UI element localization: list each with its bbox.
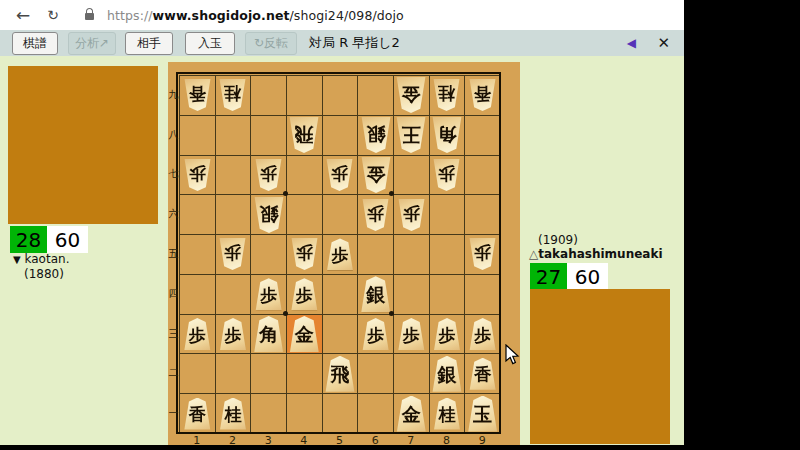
square-7九[interactable]: 金 (394, 76, 430, 116)
piece-金-inverted[interactable]: 金 (396, 77, 426, 113)
square-3五[interactable] (251, 235, 287, 275)
captured-pieces-stand-sente (8, 66, 158, 224)
piece-桂[interactable]: 桂 (219, 398, 246, 430)
square-8四[interactable] (430, 275, 466, 315)
url-host: www.shogidojo.net (153, 8, 290, 23)
square-7七[interactable] (394, 156, 430, 196)
piece-銀-inverted[interactable]: 銀 (254, 197, 284, 233)
piece-王-inverted[interactable]: 王 (396, 117, 426, 153)
piece-歩[interactable]: 歩 (433, 318, 460, 350)
piece-香-inverted[interactable]: 香 (469, 79, 496, 111)
square-9三[interactable]: 歩 (465, 315, 501, 355)
star-point (283, 311, 288, 316)
square-6四[interactable]: 銀 (358, 275, 394, 315)
piece-歩-inverted[interactable]: 歩 (398, 199, 425, 231)
square-2二[interactable] (216, 354, 252, 394)
url-field[interactable]: https://www.shogidojo.net/shogi24/098/do… (107, 8, 404, 23)
square-4八[interactable]: 飛 (287, 116, 323, 156)
piece-歩[interactable]: 歩 (398, 318, 425, 350)
square-3九[interactable] (251, 76, 287, 116)
piece-銀[interactable]: 銀 (432, 356, 462, 392)
square-6七[interactable]: 金 (358, 156, 394, 196)
square-3八[interactable] (251, 116, 287, 156)
square-5五[interactable]: 歩 (323, 235, 359, 275)
entering-king-button[interactable]: 入玉 (185, 32, 235, 55)
square-8二[interactable]: 銀 (430, 354, 466, 394)
piece-飛[interactable]: 飛 (325, 356, 355, 392)
star-point (283, 191, 288, 196)
clock-gote-minutes: 27 (530, 263, 567, 290)
piece-歩-inverted[interactable]: 歩 (469, 238, 496, 270)
clock-gote: 27 60 (530, 263, 608, 290)
player-name-gote: △takahashimuneaki (529, 247, 663, 261)
piece-角-inverted[interactable]: 角 (432, 117, 462, 153)
square-4二[interactable] (287, 354, 323, 394)
player-rating-gote: (1909) (538, 233, 578, 247)
square-1六[interactable] (180, 195, 216, 235)
square-8七[interactable]: 歩 (430, 156, 466, 196)
piece-銀-inverted[interactable]: 銀 (361, 117, 391, 153)
player-name-sente: ▼ kaotan. (13, 252, 69, 266)
square-2五[interactable]: 歩 (216, 235, 252, 275)
kifu-button[interactable]: 棋譜 (12, 32, 58, 55)
square-6一[interactable] (358, 394, 394, 434)
clock-sente: 28 60 (10, 226, 88, 253)
piece-金[interactable]: 金 (289, 316, 319, 352)
piece-歩-inverted[interactable]: 歩 (362, 199, 389, 231)
square-9一[interactable]: 玉 (465, 394, 501, 434)
square-8五[interactable] (430, 235, 466, 275)
captured-pieces-stand-gote (530, 289, 670, 444)
square-3一[interactable] (251, 394, 287, 434)
piece-歩[interactable]: 歩 (255, 278, 282, 310)
square-5七[interactable]: 歩 (323, 156, 359, 196)
piece-歩-inverted[interactable]: 歩 (326, 159, 353, 191)
square-1三[interactable]: 歩 (180, 315, 216, 355)
square-9七[interactable] (465, 156, 501, 196)
piece-金-inverted[interactable]: 金 (361, 157, 391, 193)
piece-歩[interactable]: 歩 (362, 318, 389, 350)
square-6三[interactable]: 歩 (358, 315, 394, 355)
square-2六[interactable] (216, 195, 252, 235)
square-4四[interactable]: 歩 (287, 275, 323, 315)
square-1五[interactable] (180, 235, 216, 275)
piece-金[interactable]: 金 (396, 396, 426, 432)
square-2九[interactable]: 桂 (216, 76, 252, 116)
file-labels: 123456789 (179, 434, 500, 446)
square-5八[interactable] (323, 116, 359, 156)
square-9四[interactable] (465, 275, 501, 315)
clock-gote-seconds: 60 (567, 263, 608, 290)
square-4五[interactable]: 歩 (287, 235, 323, 275)
square-2七[interactable] (216, 156, 252, 196)
square-4九[interactable] (287, 76, 323, 116)
square-2八[interactable] (216, 116, 252, 156)
square-8六[interactable] (430, 195, 466, 235)
square-5三[interactable] (323, 315, 359, 355)
square-5四[interactable] (323, 275, 359, 315)
lock-icon (85, 13, 94, 20)
square-6六[interactable]: 歩 (358, 195, 394, 235)
piece-歩[interactable]: 歩 (326, 238, 353, 270)
square-4六[interactable] (287, 195, 323, 235)
url-path: /shogi24/098/dojo (290, 8, 404, 23)
square-7四[interactable] (394, 275, 430, 315)
piece-銀[interactable]: 銀 (361, 276, 391, 312)
star-point (389, 191, 394, 196)
square-2三[interactable]: 歩 (216, 315, 252, 355)
piece-歩-inverted[interactable]: 歩 (219, 238, 246, 270)
game-title: 対局 R 早指し2 (309, 34, 400, 52)
close-icon[interactable]: ✕ (657, 34, 670, 52)
piece-歩[interactable]: 歩 (291, 278, 318, 310)
sente-mark: ▼ (13, 254, 21, 265)
square-6八[interactable]: 銀 (358, 116, 394, 156)
square-5一[interactable] (323, 394, 359, 434)
square-5九[interactable] (323, 76, 359, 116)
square-3四[interactable]: 歩 (251, 275, 287, 315)
piece-桂[interactable]: 桂 (433, 398, 460, 430)
square-8八[interactable]: 角 (430, 116, 466, 156)
square-4七[interactable] (287, 156, 323, 196)
square-3七[interactable]: 歩 (251, 156, 287, 196)
piece-歩-inverted[interactable]: 歩 (184, 159, 211, 191)
square-1九[interactable]: 香 (180, 76, 216, 116)
piece-歩-inverted[interactable]: 歩 (255, 159, 282, 191)
analysis-button: 分析↗ (68, 32, 116, 55)
square-8三[interactable]: 歩 (430, 315, 466, 355)
opponent-button[interactable]: 相手 (125, 32, 173, 55)
square-3二[interactable] (251, 354, 287, 394)
square-5二[interactable]: 飛 (323, 354, 359, 394)
play-area: 28 60 ▼ kaotan. (1880) 香桂金桂香飛銀王角歩歩歩金歩銀歩歩… (0, 56, 684, 445)
square-1八[interactable] (180, 116, 216, 156)
reload-icon[interactable]: ↻ (47, 7, 59, 23)
shogi-board: 香桂金桂香飛銀王角歩歩歩金歩銀歩歩歩歩歩歩歩歩銀歩歩角金歩歩歩歩飛銀香香桂金桂玉… (168, 62, 520, 445)
clock-sente-minutes: 28 (10, 226, 47, 253)
square-5六[interactable] (323, 195, 359, 235)
back-icon[interactable]: ← (16, 5, 30, 25)
gote-mark: △ (529, 247, 538, 261)
square-4三[interactable]: 金 (287, 315, 323, 355)
square-9五[interactable]: 歩 (465, 235, 501, 275)
star-point (389, 311, 394, 316)
piece-香-inverted[interactable]: 香 (184, 79, 211, 111)
square-9八[interactable] (465, 116, 501, 156)
square-7二[interactable] (394, 354, 430, 394)
square-1四[interactable] (180, 275, 216, 315)
piece-角[interactable]: 角 (254, 316, 284, 352)
piece-飛-inverted[interactable]: 飛 (289, 117, 319, 153)
square-6九[interactable] (358, 76, 394, 116)
square-6二[interactable] (358, 354, 394, 394)
player-rating-sente: (1880) (24, 267, 64, 281)
square-4一[interactable] (287, 394, 323, 434)
square-8九[interactable]: 桂 (430, 76, 466, 116)
square-8一[interactable]: 桂 (430, 394, 466, 434)
square-1七[interactable]: 歩 (180, 156, 216, 196)
piece-歩[interactable]: 歩 (219, 318, 246, 350)
browser-address-bar: ← ↻ https://www.shogidojo.net/shogi24/09… (0, 0, 684, 30)
piece-歩-inverted[interactable]: 歩 (433, 159, 460, 191)
url-scheme: https:// (107, 8, 153, 23)
square-9九[interactable]: 香 (465, 76, 501, 116)
square-2四[interactable] (216, 275, 252, 315)
square-6五[interactable] (358, 235, 394, 275)
piece-歩[interactable]: 歩 (469, 318, 496, 350)
square-1二[interactable] (180, 354, 216, 394)
game-toolbar: 棋譜 分析↗ 相手 入玉 ↻反転 対局 R 早指し2 ◀ ✕ (0, 30, 684, 56)
piece-歩[interactable]: 歩 (184, 318, 211, 350)
piece-桂-inverted[interactable]: 桂 (433, 79, 460, 111)
square-2一[interactable]: 桂 (216, 394, 252, 434)
piece-玉[interactable]: 玉 (468, 396, 498, 432)
square-7六[interactable]: 歩 (394, 195, 430, 235)
square-3六[interactable]: 銀 (251, 195, 287, 235)
piece-歩-inverted[interactable]: 歩 (291, 238, 318, 270)
square-3三[interactable]: 角 (251, 315, 287, 355)
flip-board-button: ↻反転 (245, 32, 297, 55)
square-7一[interactable]: 金 (394, 394, 430, 434)
square-9六[interactable] (465, 195, 501, 235)
rank-labels: 九八七六五四三二一 (168, 75, 179, 433)
piece-香[interactable]: 香 (469, 358, 496, 390)
piece-桂-inverted[interactable]: 桂 (219, 79, 246, 111)
square-9二[interactable]: 香 (465, 354, 501, 394)
square-7五[interactable] (394, 235, 430, 275)
collapse-panel-icon[interactable]: ◀ (627, 36, 636, 50)
clock-sente-seconds: 60 (47, 226, 88, 253)
square-7八[interactable]: 王 (394, 116, 430, 156)
piece-香[interactable]: 香 (184, 398, 211, 430)
shogi-board-grid: 香桂金桂香飛銀王角歩歩歩金歩銀歩歩歩歩歩歩歩歩銀歩歩角金歩歩歩歩飛銀香香桂金桂玉 (179, 75, 501, 434)
square-7三[interactable]: 歩 (394, 315, 430, 355)
square-1一[interactable]: 香 (180, 394, 216, 434)
